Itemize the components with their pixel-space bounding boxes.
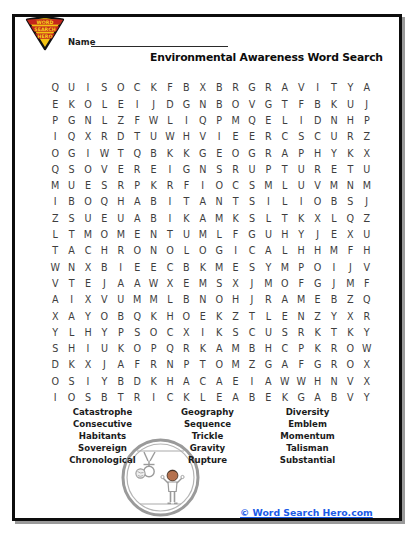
grid-cell-r20c8: C <box>162 390 178 406</box>
grid-cell-r1c1: Q <box>47 80 63 96</box>
grid-cell-r8c1: I <box>47 194 63 210</box>
grid-cell-r1c17: I <box>309 80 325 96</box>
grid-cell-r4c6: T <box>129 129 145 145</box>
grid-cell-r4c12: E <box>227 129 243 145</box>
grid-cell-r19c10: C <box>195 373 211 389</box>
grid-cell-r6c6: R <box>129 161 145 177</box>
grid-cell-r7c16: U <box>293 178 309 194</box>
grid-cell-r18c16: F <box>293 357 309 373</box>
grid-cell-r11c5: R <box>113 243 129 259</box>
grid-cell-r2c5: E <box>113 96 129 112</box>
grid-cell-r12c20: V <box>359 259 375 275</box>
grid-cell-r9c4: E <box>96 210 112 226</box>
grid-cell-r2c4: L <box>96 96 112 112</box>
grid-cell-r13c14: M <box>260 276 276 292</box>
grid-cell-r15c2: A <box>63 308 79 324</box>
grid-cell-r7c9: F <box>178 178 194 194</box>
grid-cell-r5c17: H <box>309 145 325 161</box>
grid-cell-r8c20: J <box>359 194 375 210</box>
grid-cell-r15c16: N <box>293 308 309 324</box>
word-list-column-3: DiversityEmblemMomentumTalismanSubstanti… <box>245 407 370 467</box>
grid-cell-r9c7: B <box>145 210 161 226</box>
grid-cell-r2c13: V <box>244 96 260 112</box>
grid-cell-r5c12: O <box>227 145 243 161</box>
grid-cell-r2c15: T <box>277 96 293 112</box>
grid-cell-r7c12: C <box>227 178 243 194</box>
grid-cell-r10c11: L <box>211 227 227 243</box>
grid-cell-r17c5: K <box>113 341 129 357</box>
grid-cell-r18c13: Z <box>244 357 260 373</box>
grid-cell-r16c3: H <box>80 324 96 340</box>
grid-cell-r3c5: Z <box>113 113 129 129</box>
grid-cell-r19c11: A <box>211 373 227 389</box>
grid-cell-r11c9: L <box>178 243 194 259</box>
grid-cell-r1c15: A <box>277 80 293 96</box>
grid-cell-r4c15: C <box>277 129 293 145</box>
grid-cell-r14c7: M <box>145 292 161 308</box>
grid-cell-r13c19: M <box>342 276 358 292</box>
grid-cell-r9c14: L <box>260 210 276 226</box>
grid-cell-r17c8: Q <box>162 341 178 357</box>
grid-cell-r20c13: B <box>244 390 260 406</box>
small-globe <box>136 469 145 478</box>
grid-cell-r11c11: G <box>211 243 227 259</box>
grid-cell-r7c1: M <box>47 178 63 194</box>
grid-cell-r13c17: G <box>309 276 325 292</box>
grid-cell-r6c2: S <box>63 161 79 177</box>
grid-cell-r15c20: R <box>359 308 375 324</box>
grid-cell-r8c8: I <box>162 194 178 210</box>
grid-cell-r11c2: A <box>63 243 79 259</box>
grid-cell-r7c6: P <box>129 178 145 194</box>
grid-cell-r9c8: I <box>162 210 178 226</box>
grid-cell-r4c4: R <box>96 129 112 145</box>
grid-cell-r14c18: B <box>326 292 342 308</box>
grid-cell-r16c8: C <box>162 324 178 340</box>
grid-cell-r7c17: V <box>309 178 325 194</box>
grid-cell-r10c3: M <box>80 227 96 243</box>
grid-cell-r18c3: X <box>80 357 96 373</box>
grid-cell-r4c13: E <box>244 129 260 145</box>
grid-cell-r9c11: M <box>211 210 227 226</box>
grid-cell-r10c17: J <box>309 227 325 243</box>
grid-cell-r10c19: X <box>342 227 358 243</box>
grid-cell-r1c11: B <box>211 80 227 96</box>
grid-cell-r20c15: K <box>277 390 293 406</box>
grid-cell-r12c3: X <box>80 259 96 275</box>
grid-cell-r13c6: A <box>129 276 145 292</box>
grid-cell-r18c19: O <box>342 357 358 373</box>
grid-cell-r3c19: H <box>342 113 358 129</box>
grid-cell-r13c12: X <box>227 276 243 292</box>
grid-cell-r14c1: A <box>47 292 63 308</box>
grid-cell-r10c5: M <box>113 227 129 243</box>
grid-cell-r6c12: R <box>227 161 243 177</box>
grid-cell-r7c15: L <box>277 178 293 194</box>
worksheet-page: { "game": "word_search", "title": "Envir… <box>0 0 416 539</box>
grid-cell-r18c5: A <box>113 357 129 373</box>
grid-cell-r10c1: L <box>47 227 63 243</box>
grid-cell-r11c12: I <box>227 243 243 259</box>
grid-cell-r18c4: J <box>96 357 112 373</box>
grid-cell-r4c10: V <box>195 129 211 145</box>
grid-cell-r6c8: I <box>162 161 178 177</box>
grid-cell-r7c8: R <box>162 178 178 194</box>
copyright-link[interactable]: © Word Search Hero.com <box>240 507 373 518</box>
grid-cell-r14c8: L <box>162 292 178 308</box>
grid-cell-r9c5: U <box>113 210 129 226</box>
grid-cell-r7c7: K <box>145 178 161 194</box>
grid-cell-r14c11: O <box>211 292 227 308</box>
grid-cell-r4c19: R <box>342 129 358 145</box>
word-substantial: Substantial <box>245 455 370 467</box>
grid-cell-r8c10: A <box>195 194 211 210</box>
grid-cell-r15c6: Q <box>129 308 145 324</box>
grid-cell-r7c2: U <box>63 178 79 194</box>
grid-cell-r13c5: A <box>113 276 129 292</box>
page-title: Environmental Awareness Word Search <box>150 51 374 64</box>
grid-cell-r2c6: I <box>129 96 145 112</box>
grid-cell-r11c8: O <box>162 243 178 259</box>
grid-cell-r18c14: G <box>260 357 276 373</box>
grid-cell-r19c13: I <box>244 373 260 389</box>
grid-cell-r19c3: I <box>80 373 96 389</box>
grid-cell-r6c4: V <box>96 161 112 177</box>
grid-cell-r18c9: P <box>178 357 194 373</box>
grid-cell-r18c15: A <box>277 357 293 373</box>
grid-cell-r15c14: L <box>260 308 276 324</box>
grid-cell-r15c13: T <box>244 308 260 324</box>
grid-cell-r13c8: X <box>162 276 178 292</box>
grid-cell-r2c16: F <box>293 96 309 112</box>
grid-cell-r18c11: O <box>211 357 227 373</box>
grid-cell-r2c1: E <box>47 96 63 112</box>
grid-cell-r17c19: O <box>342 341 358 357</box>
grid-cell-r3c15: L <box>277 113 293 129</box>
grid-cell-r16c20: Y <box>359 324 375 340</box>
grid-cell-r14c2: I <box>63 292 79 308</box>
grid-cell-r1c8: F <box>162 80 178 96</box>
grid-cell-r9c12: K <box>227 210 243 226</box>
grid-cell-r15c4: O <box>96 308 112 324</box>
grid-cell-r1c12: R <box>227 80 243 96</box>
grid-cell-r6c18: E <box>326 161 342 177</box>
grid-cell-r10c8: T <box>162 227 178 243</box>
grid-cell-r15c11: K <box>211 308 227 324</box>
grid-cell-r3c18: N <box>326 113 342 129</box>
grid-cell-r19c20: X <box>359 373 375 389</box>
grid-cell-r5c14: R <box>260 145 276 161</box>
grid-cell-r20c20: Y <box>359 390 375 406</box>
word-momentum: Momentum <box>245 431 370 443</box>
grid-cell-r9c6: A <box>129 210 145 226</box>
grid-cell-r16c2: L <box>63 324 79 340</box>
grid-cell-r5c10: G <box>195 145 211 161</box>
grid-cell-r3c3: N <box>80 113 96 129</box>
grid-cell-r3c7: W <box>145 113 161 129</box>
grid-cell-r20c11: E <box>211 390 227 406</box>
grid-cell-r11c14: A <box>260 243 276 259</box>
grid-cell-r3c12: M <box>227 113 243 129</box>
grid-cell-r2c7: J <box>145 96 161 112</box>
grid-cell-r8c2: B <box>63 194 79 210</box>
grid-cell-r14c6: M <box>129 292 145 308</box>
grid-cell-r9c9: K <box>178 210 194 226</box>
grid-cell-r12c9: B <box>178 259 194 275</box>
grid-cell-r1c14: R <box>260 80 276 96</box>
grid-cell-r5c1: O <box>47 145 63 161</box>
grid-cell-r9c10: A <box>195 210 211 226</box>
grid-cell-r10c13: G <box>244 227 260 243</box>
grid-cell-r7c4: S <box>96 178 112 194</box>
grid-cell-r11c10: O <box>195 243 211 259</box>
grid-cell-r5c2: G <box>63 145 79 161</box>
grid-cell-r11c6: O <box>129 243 145 259</box>
grid-cell-r10c18: E <box>326 227 342 243</box>
grid-cell-r18c17: G <box>309 357 325 373</box>
grid-cell-r16c5: P <box>113 324 129 340</box>
grid-cell-r8c18: B <box>326 194 342 210</box>
grid-cell-r6c1: Q <box>47 161 63 177</box>
grid-cell-r19c15: W <box>277 373 293 389</box>
grid-cell-r4c17: C <box>309 129 325 145</box>
grid-cell-r20c17: A <box>309 390 325 406</box>
grid-cell-r10c14: U <box>260 227 276 243</box>
grid-cell-r7c13: S <box>244 178 260 194</box>
grid-cell-r13c15: O <box>277 276 293 292</box>
grid-cell-r19c14: A <box>260 373 276 389</box>
grid-cell-r10c2: T <box>63 227 79 243</box>
grid-cell-r12c15: M <box>277 259 293 275</box>
grid-cell-r4c8: W <box>162 129 178 145</box>
grid-cell-r17c10: K <box>195 341 211 357</box>
grid-cell-r17c11: A <box>211 341 227 357</box>
grid-cell-r14c12: H <box>227 292 243 308</box>
grid-cell-r12c1: W <box>47 259 63 275</box>
grid-cell-r9c18: L <box>326 210 342 226</box>
grid-cell-r10c15: H <box>277 227 293 243</box>
grid-cell-r12c17: O <box>309 259 325 275</box>
grid-cell-r14c14: R <box>260 292 276 308</box>
grid-cell-r13c13: J <box>244 276 260 292</box>
grid-cell-r14c9: B <box>178 292 194 308</box>
grid-cell-r2c9: G <box>178 96 194 112</box>
grid-cell-r11c20: H <box>359 243 375 259</box>
grid-cell-r4c14: R <box>260 129 276 145</box>
grid-cell-r1c20: A <box>359 80 375 96</box>
grid-cell-r14c16: M <box>293 292 309 308</box>
grid-cell-r10c20: U <box>359 227 375 243</box>
grid-cell-r13c3: E <box>80 276 96 292</box>
grid-cell-r6c17: R <box>309 161 325 177</box>
grid-cell-r2c19: U <box>342 96 358 112</box>
grid-cell-r20c9: K <box>178 390 194 406</box>
grid-cell-r15c12: Z <box>227 308 243 324</box>
grid-cell-r8c19: S <box>342 194 358 210</box>
grid-cell-r7c20: M <box>359 178 375 194</box>
grid-cell-r18c18: R <box>326 357 342 373</box>
grid-cell-r15c1: X <box>47 308 63 324</box>
grid-cell-r17c4: U <box>96 341 112 357</box>
grid-cell-r1c4: S <box>96 80 112 96</box>
grid-cell-r8c6: A <box>129 194 145 210</box>
footer: © Word Search Hero.com <box>240 501 370 520</box>
grid-cell-r5c20: X <box>359 145 375 161</box>
grid-cell-r13c4: J <box>96 276 112 292</box>
grid-cell-r9c19: Q <box>342 210 358 226</box>
grid-cell-r17c12: M <box>227 341 243 357</box>
grid-cell-r4c16: S <box>293 129 309 145</box>
grid-cell-r5c3: I <box>80 145 96 161</box>
grid-cell-r7c5: R <box>113 178 129 194</box>
grid-cell-r18c6: F <box>129 357 145 373</box>
grid-cell-r14c19: Z <box>342 292 358 308</box>
grid-cell-r12c11: M <box>211 259 227 275</box>
grid-cell-r5c8: K <box>162 145 178 161</box>
grid-cell-r3c16: I <box>293 113 309 129</box>
grid-cell-r8c12: T <box>227 194 243 210</box>
grid-cell-r12c4: B <box>96 259 112 275</box>
grid-cell-r11c16: H <box>293 243 309 259</box>
grid-cell-r11c19: F <box>342 243 358 259</box>
grid-cell-r17c16: P <box>293 341 309 357</box>
grid-cell-r12c13: S <box>244 259 260 275</box>
grid-cell-r6c7: E <box>145 161 161 177</box>
grid-cell-r1c5: O <box>113 80 129 96</box>
word-talisman: Talisman <box>245 443 370 455</box>
grid-cell-r2c3: O <box>80 96 96 112</box>
grid-cell-r16c1: Y <box>47 324 63 340</box>
grid-cell-r19c1: O <box>47 373 63 389</box>
grid-cell-r20c19: V <box>342 390 358 406</box>
grid-cell-r7c10: I <box>195 178 211 194</box>
grid-cell-r2c11: B <box>211 96 227 112</box>
grid-cell-r18c7: R <box>145 357 161 373</box>
grid-cell-r20c18: B <box>326 390 342 406</box>
grid-cell-r19c17: H <box>309 373 325 389</box>
grid-cell-r19c12: E <box>227 373 243 389</box>
grid-cell-r14c15: A <box>277 292 293 308</box>
grid-cell-r16c10: I <box>195 324 211 340</box>
grid-cell-r6c9: G <box>178 161 194 177</box>
grid-cell-r3c9: I <box>178 113 194 129</box>
grid-cell-r6c20: U <box>359 161 375 177</box>
grid-cell-r6c16: U <box>293 161 309 177</box>
grid-cell-r3c17: D <box>309 113 325 129</box>
grid-cell-r11c17: H <box>309 243 325 259</box>
grid-cell-r9c13: S <box>244 210 260 226</box>
grid-cell-r3c20: P <box>359 113 375 129</box>
grid-cell-r14c5: U <box>113 292 129 308</box>
grid-cell-r12c12: E <box>227 259 243 275</box>
grid-cell-r12c16: P <box>293 259 309 275</box>
grid-cell-r1c9: B <box>178 80 194 96</box>
grid-cell-r6c19: T <box>342 161 358 177</box>
grid-cell-r10c4: O <box>96 227 112 243</box>
grid-cell-r12c6: E <box>129 259 145 275</box>
grid-cell-r13c7: W <box>145 276 161 292</box>
grid-cell-r12c19: J <box>342 259 358 275</box>
grid-cell-r5c13: G <box>244 145 260 161</box>
grid-cell-r17c17: K <box>309 341 325 357</box>
grid-cell-r3c6: F <box>129 113 145 129</box>
grid-cell-r15c3: Y <box>80 308 96 324</box>
grid-cell-r17c14: H <box>260 341 276 357</box>
grid-cell-r13c16: F <box>293 276 309 292</box>
grid-cell-r18c1: D <box>47 357 63 373</box>
grid-cell-r20c5: T <box>113 390 129 406</box>
grid-cell-r18c8: N <box>162 357 178 373</box>
grid-cell-r13c9: E <box>178 276 194 292</box>
grid-cell-r5c7: B <box>145 145 161 161</box>
word-search-hero-logo: WORD SEARCH HERO <box>24 15 66 51</box>
grid-cell-r16c4: Y <box>96 324 112 340</box>
grid-cell-r9c16: K <box>293 210 309 226</box>
grid-cell-r17c15: C <box>277 341 293 357</box>
grid-cell-r20c1: I <box>47 390 63 406</box>
grid-cell-r18c20: X <box>359 357 375 373</box>
grid-cell-r14c4: V <box>96 292 112 308</box>
grid-cell-r8c16: I <box>293 194 309 210</box>
grid-cell-r1c7: K <box>145 80 161 96</box>
grid-cell-r7c3: E <box>80 178 96 194</box>
grid-cell-r8c15: L <box>277 194 293 210</box>
grid-cell-r4c20: Z <box>359 129 375 145</box>
grid-cell-r10c6: E <box>129 227 145 243</box>
grid-cell-r1c2: U <box>63 80 79 96</box>
grid-cell-r20c6: R <box>129 390 145 406</box>
grid-cell-r10c10: M <box>195 227 211 243</box>
grid-cell-r1c13: G <box>244 80 260 96</box>
grid-cell-r12c7: E <box>145 259 161 275</box>
grid-cell-r19c19: V <box>342 373 358 389</box>
grid-cell-r5c9: K <box>178 145 194 161</box>
grid-cell-r8c9: T <box>178 194 194 210</box>
grid-cell-r19c16: W <box>293 373 309 389</box>
grid-cell-r11c15: L <box>277 243 293 259</box>
grid-cell-r19c4: Y <box>96 373 112 389</box>
grid-cell-r20c16: G <box>293 390 309 406</box>
grid-cell-r8c5: H <box>113 194 129 210</box>
grid-cell-r4c1: I <box>47 129 63 145</box>
grid-cell-r2c18: K <box>326 96 342 112</box>
grid-cell-r9c15: T <box>277 210 293 226</box>
grid-cell-r20c14: E <box>260 390 276 406</box>
grid-cell-r7c18: M <box>326 178 342 194</box>
grid-cell-r16c18: T <box>326 324 342 340</box>
grid-cell-r3c13: Q <box>244 113 260 129</box>
grid-cell-r3c14: E <box>260 113 276 129</box>
grid-cell-r5c19: K <box>342 145 358 161</box>
grid-cell-r18c2: K <box>63 357 79 373</box>
grid-cell-r1c19: Y <box>342 80 358 96</box>
grid-cell-r2c12: O <box>227 96 243 112</box>
grid-cell-r20c7: I <box>145 390 161 406</box>
grid-cell-r3c8: L <box>162 113 178 129</box>
grid-cell-r8c14: I <box>260 194 276 210</box>
grid-cell-r1c16: V <box>293 80 309 96</box>
grid-cell-r8c13: S <box>244 194 260 210</box>
grid-cell-r6c3: O <box>80 161 96 177</box>
grid-cell-r4c5: D <box>113 129 129 145</box>
grid-cell-r1c18: T <box>326 80 342 96</box>
name-blank-line <box>91 33 228 47</box>
grid-cell-r16c14: U <box>260 324 276 340</box>
grid-cell-r6c14: P <box>260 161 276 177</box>
grid-cell-r3c10: Q <box>195 113 211 129</box>
grid-cell-r15c5: B <box>113 308 129 324</box>
grid-cell-r13c20: F <box>359 276 375 292</box>
